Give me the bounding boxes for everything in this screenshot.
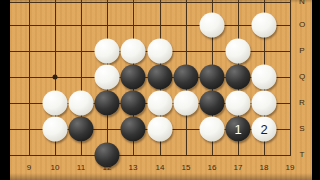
white-stone <box>69 91 94 116</box>
white-stone <box>148 91 173 116</box>
column-label-13: 13 <box>123 163 143 172</box>
column-label-14: 14 <box>150 163 170 172</box>
black-stone <box>95 91 120 116</box>
column-label-16: 16 <box>202 163 222 172</box>
white-stone <box>43 117 68 142</box>
column-label-15: 15 <box>176 163 196 172</box>
black-stone-move-1: 1 <box>226 117 251 142</box>
column-label-11: 11 <box>71 163 91 172</box>
white-stone <box>174 91 199 116</box>
white-stone <box>252 91 277 116</box>
black-stone <box>226 65 251 90</box>
screenshot-root: 12 910111213141516171819 NOPQRST <box>0 0 320 180</box>
row-label-T: T <box>294 150 310 160</box>
black-stone <box>148 65 173 90</box>
row-label-R: R <box>294 98 310 108</box>
white-stone <box>95 65 120 90</box>
row-label-P: P <box>294 46 310 56</box>
white-stone <box>43 91 68 116</box>
row-label-O: O <box>294 20 310 30</box>
column-label-10: 10 <box>45 163 65 172</box>
black-stone <box>121 65 146 90</box>
white-stone-move-2: 2 <box>252 117 277 142</box>
black-stone <box>69 117 94 142</box>
letterbox-left <box>0 0 10 180</box>
white-stone <box>95 39 120 64</box>
grid-line-row-O <box>10 25 291 26</box>
row-label-N: N <box>294 0 310 7</box>
white-stone <box>200 13 225 38</box>
black-stone <box>200 91 225 116</box>
white-stone <box>252 13 277 38</box>
black-stone <box>174 65 199 90</box>
grid-line-col-19 <box>290 0 291 156</box>
column-label-17: 17 <box>228 163 248 172</box>
row-label-S: S <box>294 124 310 134</box>
black-stone <box>121 117 146 142</box>
star-point <box>53 75 58 80</box>
column-label-9: 9 <box>19 163 39 172</box>
white-stone <box>121 39 146 64</box>
white-stone <box>200 117 225 142</box>
black-stone <box>121 91 146 116</box>
row-label-Q: Q <box>294 72 310 82</box>
grid-line-row-N <box>10 2 291 3</box>
column-label-19: 19 <box>280 163 300 172</box>
letterbox-right <box>312 0 320 180</box>
white-stone <box>148 39 173 64</box>
white-stone <box>252 65 277 90</box>
black-stone <box>200 65 225 90</box>
column-label-12: 12 <box>97 163 117 172</box>
go-board: 12 910111213141516171819 NOPQRST <box>10 0 312 180</box>
white-stone <box>226 91 251 116</box>
grid-line-col-9 <box>29 0 30 156</box>
column-label-18: 18 <box>254 163 274 172</box>
white-stone <box>148 117 173 142</box>
grid-line-row-T <box>10 155 291 156</box>
white-stone <box>226 39 251 64</box>
